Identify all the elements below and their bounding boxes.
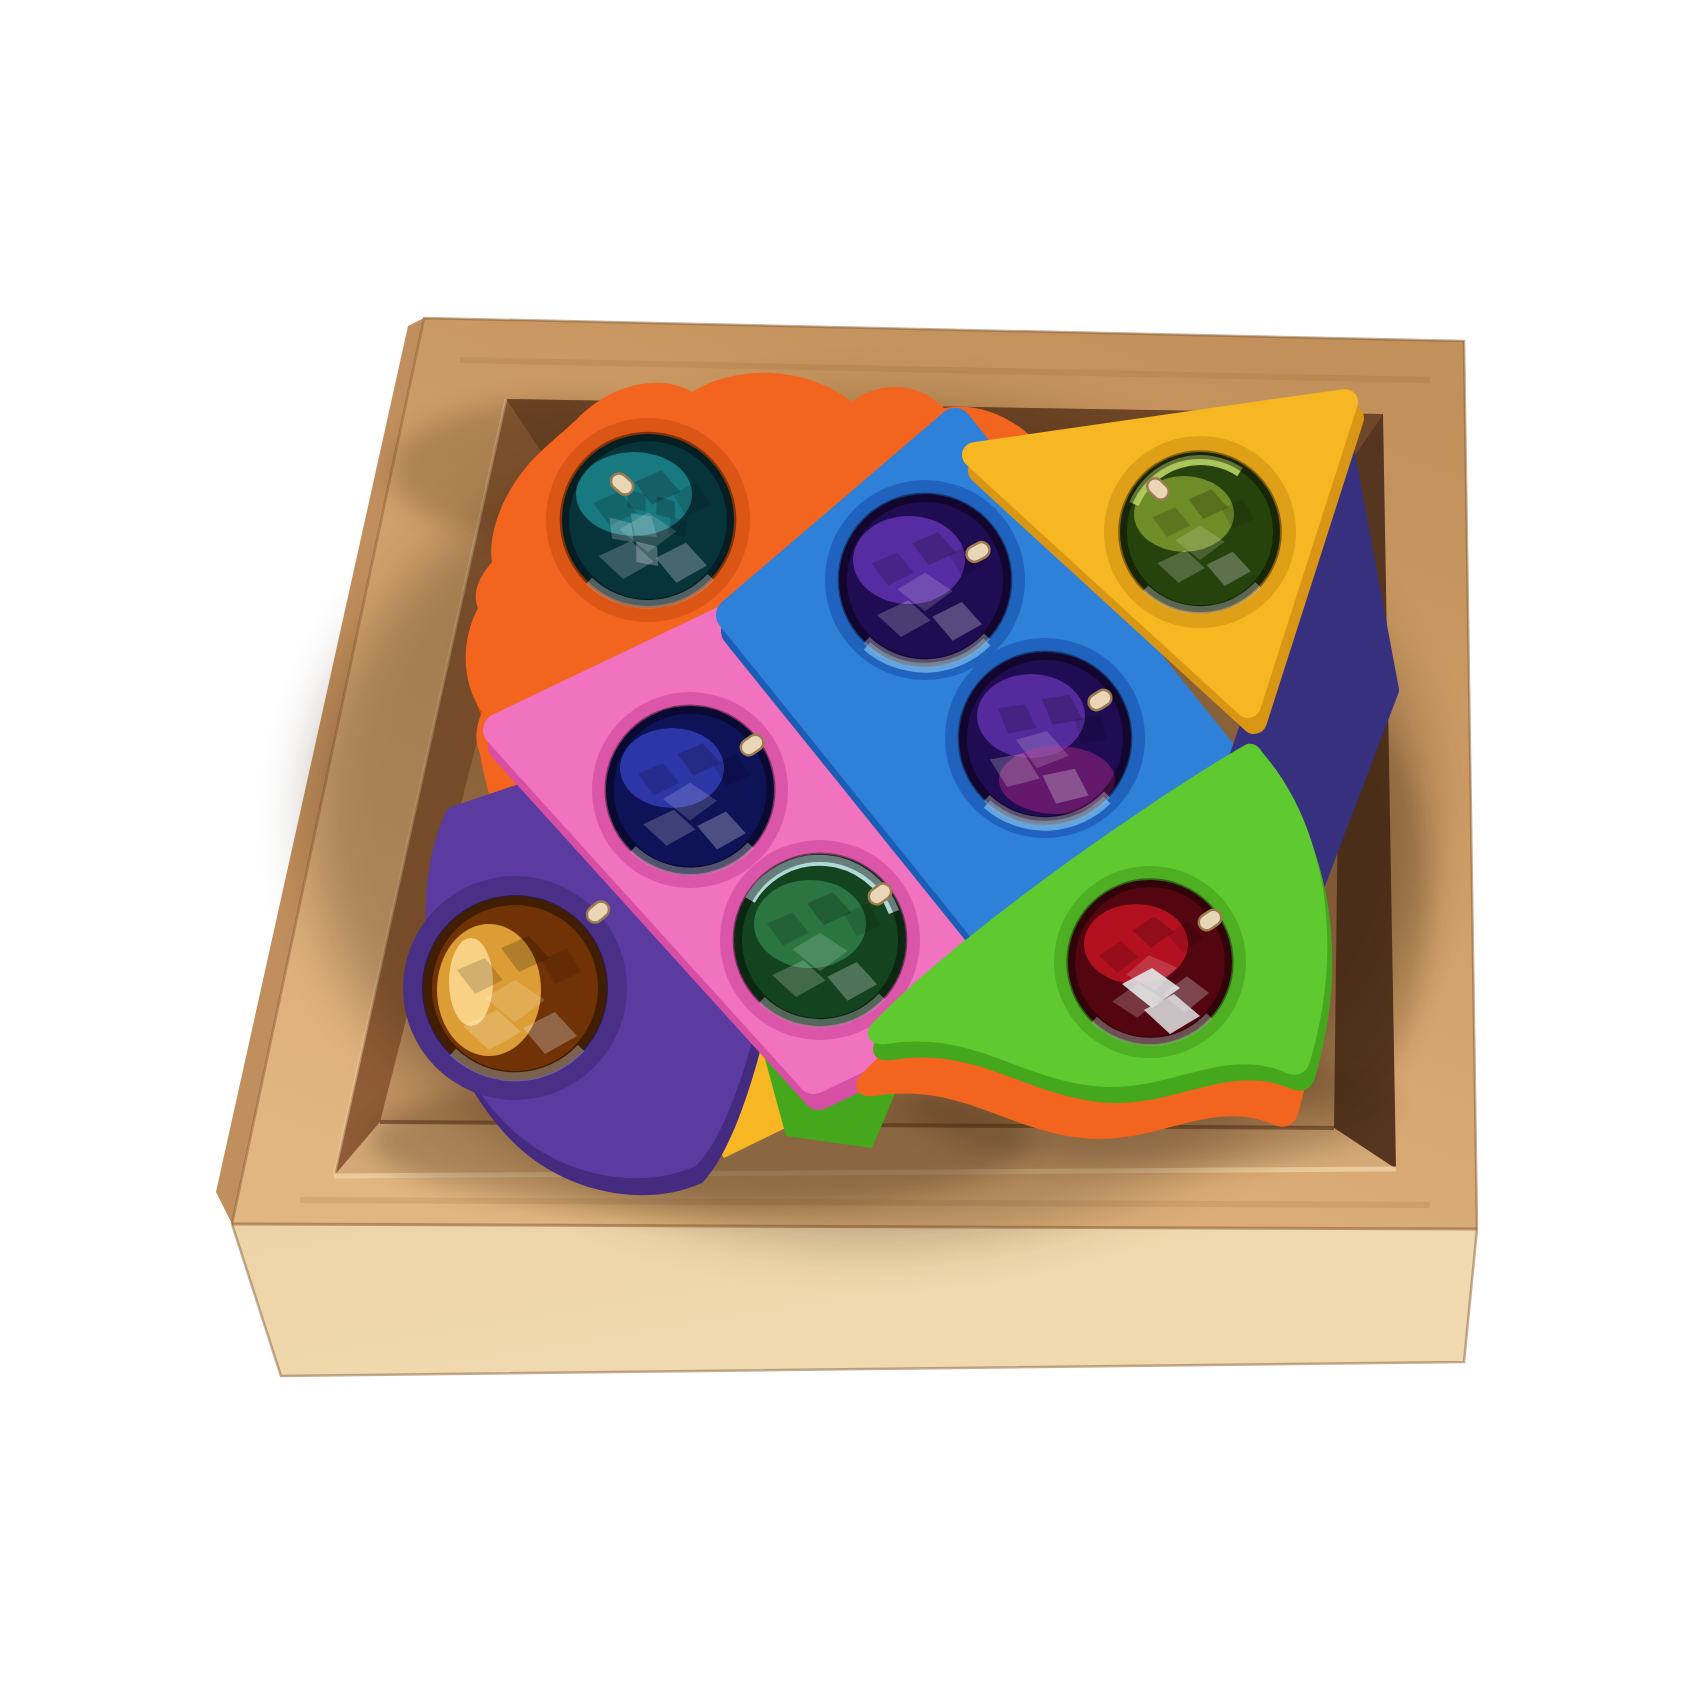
lens-teal xyxy=(546,418,750,622)
lens-amber xyxy=(403,876,627,1100)
lens-olive xyxy=(1104,436,1296,628)
photo-stage xyxy=(0,0,1701,1701)
lens-ruby xyxy=(1054,866,1246,1058)
lens-indigo-blue xyxy=(592,692,788,888)
lens-violet-1 xyxy=(825,480,1025,680)
lens-violet-2 xyxy=(945,638,1145,838)
wooden-blocks-photo xyxy=(0,0,1701,1701)
